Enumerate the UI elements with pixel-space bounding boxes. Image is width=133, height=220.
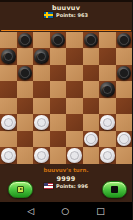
white-piece[interactable]: ● xyxy=(67,148,82,163)
square-e6 xyxy=(66,65,83,82)
square-f2[interactable]: ● xyxy=(83,131,100,148)
back-icon[interactable]: ◁ xyxy=(27,207,34,216)
square-f8[interactable]: ● xyxy=(83,32,100,49)
white-piece[interactable]: ● xyxy=(100,115,115,130)
square-b8[interactable]: ● xyxy=(17,32,34,49)
usa-flag-icon xyxy=(44,183,53,189)
square-f3 xyxy=(83,114,100,131)
square-c3[interactable]: ● xyxy=(33,114,50,131)
square-g7[interactable] xyxy=(99,48,116,65)
square-g4 xyxy=(99,98,116,115)
square-h4[interactable] xyxy=(116,98,133,115)
square-g5[interactable]: ● xyxy=(99,81,116,98)
square-f5 xyxy=(83,81,100,98)
square-d1 xyxy=(50,147,67,164)
home-icon[interactable]: ○ xyxy=(61,207,69,216)
square-a5[interactable] xyxy=(0,81,17,98)
square-d4[interactable] xyxy=(50,98,67,115)
square-b5 xyxy=(17,81,34,98)
square-g3[interactable]: ● xyxy=(99,114,116,131)
square-b3 xyxy=(17,114,34,131)
square-a7[interactable]: ● xyxy=(0,48,17,65)
square-d8[interactable]: ● xyxy=(50,32,67,49)
square-c6 xyxy=(33,65,50,82)
square-b4[interactable] xyxy=(17,98,34,115)
square-d6[interactable] xyxy=(50,65,67,82)
white-piece[interactable]: ● xyxy=(34,115,49,130)
square-c7[interactable]: ● xyxy=(33,48,50,65)
square-a8 xyxy=(0,32,17,49)
square-g6 xyxy=(99,65,116,82)
recents-icon[interactable]: □ xyxy=(96,207,105,216)
square-b6[interactable]: ● xyxy=(17,65,34,82)
board: ●●●●●●●●●●●●●●●●●● xyxy=(0,32,132,164)
top-player-info: Points: 963 xyxy=(0,12,132,18)
square-h8[interactable]: ● xyxy=(116,32,133,49)
square-g1[interactable]: ● xyxy=(99,147,116,164)
square-c8 xyxy=(33,32,50,49)
stop-button[interactable] xyxy=(102,181,127,198)
white-piece[interactable]: ● xyxy=(84,132,99,147)
square-e4 xyxy=(66,98,83,115)
black-piece[interactable]: ● xyxy=(1,49,16,64)
black-piece[interactable]: ● xyxy=(18,66,33,81)
square-f7 xyxy=(83,48,100,65)
square-f1 xyxy=(83,147,100,164)
square-h7 xyxy=(116,48,133,65)
exit-button[interactable] xyxy=(8,181,33,198)
white-piece[interactable]: ● xyxy=(100,148,115,163)
square-c4 xyxy=(33,98,50,115)
black-piece[interactable]: ● xyxy=(117,66,132,81)
square-c5[interactable] xyxy=(33,81,50,98)
square-e2 xyxy=(66,131,83,148)
square-e3[interactable] xyxy=(66,114,83,131)
square-a2 xyxy=(0,131,17,148)
square-a4 xyxy=(0,98,17,115)
square-h6[interactable]: ● xyxy=(116,65,133,82)
stop-icon xyxy=(111,186,118,193)
square-b1 xyxy=(17,147,34,164)
black-piece[interactable]: ● xyxy=(18,33,33,48)
square-c1[interactable]: ● xyxy=(33,147,50,164)
android-nav-bar: ◁ ○ □ xyxy=(0,202,132,220)
black-piece[interactable]: ● xyxy=(34,49,49,64)
black-piece[interactable]: ● xyxy=(51,33,66,48)
square-d7 xyxy=(50,48,67,65)
black-piece[interactable]: ● xyxy=(100,82,115,97)
square-a3[interactable]: ● xyxy=(0,114,17,131)
square-f4[interactable] xyxy=(83,98,100,115)
square-h2[interactable]: ● xyxy=(116,131,133,148)
square-b7 xyxy=(17,48,34,65)
square-d3 xyxy=(50,114,67,131)
square-c2 xyxy=(33,131,50,148)
white-piece[interactable]: ● xyxy=(117,132,132,147)
black-piece[interactable]: ● xyxy=(117,33,132,48)
top-player-points: Points: 963 xyxy=(56,12,88,18)
bottom-player-points: Points: 996 xyxy=(56,183,88,189)
square-b2[interactable] xyxy=(17,131,34,148)
square-a1[interactable]: ● xyxy=(0,147,17,164)
turn-indicator-text: buuvuv's turn. xyxy=(0,167,132,173)
black-piece[interactable]: ● xyxy=(84,33,99,48)
square-d2[interactable] xyxy=(50,131,67,148)
square-h3 xyxy=(116,114,133,131)
square-g2 xyxy=(99,131,116,148)
square-e5[interactable] xyxy=(66,81,83,98)
square-e7[interactable] xyxy=(66,48,83,65)
checkers-app-screen: buuvuv Points: 963 ●●●●●●●●●●●●●●●●●● bu… xyxy=(0,0,132,220)
top-player-name: buuvuv xyxy=(0,4,132,12)
square-f6[interactable] xyxy=(83,65,100,82)
square-h1 xyxy=(116,147,133,164)
square-h5 xyxy=(116,81,133,98)
square-a6 xyxy=(0,65,17,82)
white-piece[interactable]: ● xyxy=(1,115,16,130)
status-bar-strip xyxy=(0,0,132,2)
white-piece[interactable]: ● xyxy=(1,148,16,163)
square-d5 xyxy=(50,81,67,98)
exit-icon xyxy=(17,186,24,193)
white-piece[interactable]: ● xyxy=(34,148,49,163)
square-e1[interactable]: ● xyxy=(66,147,83,164)
square-e8 xyxy=(66,32,83,49)
sweden-flag-icon xyxy=(44,12,53,18)
square-g8 xyxy=(99,32,116,49)
